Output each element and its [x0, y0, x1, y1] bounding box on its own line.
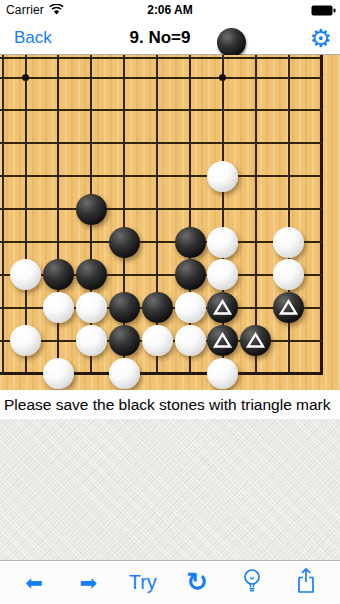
stone-M3[interactable]: [76, 292, 107, 323]
stone-M2[interactable]: [76, 325, 107, 356]
stone-K2[interactable]: [10, 325, 41, 356]
stone-Q2[interactable]: [207, 325, 238, 356]
stone-S4[interactable]: [273, 259, 304, 290]
comment-area: [0, 419, 340, 560]
grid-vline: [320, 55, 323, 375]
clock: 2:06 AM: [0, 3, 340, 17]
stone-O2[interactable]: [142, 325, 173, 356]
stone-P4[interactable]: [175, 259, 206, 290]
status-bar: Carrier 2:06 AM: [0, 0, 340, 20]
stone-Q5[interactable]: [207, 227, 238, 258]
black-to-play-stone-icon: [217, 28, 246, 57]
stone-L4[interactable]: [43, 259, 74, 290]
right-arrow-icon: ➡: [80, 571, 98, 595]
stone-Q4[interactable]: [207, 259, 238, 290]
next-problem-button[interactable]: ➡: [66, 563, 110, 603]
triangle-mark: [246, 332, 265, 349]
grid-hline: [0, 142, 323, 144]
back-button[interactable]: Back: [14, 28, 52, 48]
stone-P3[interactable]: [175, 292, 206, 323]
stone-M6[interactable]: [76, 194, 107, 225]
page-title: 9. No=9: [90, 28, 230, 48]
stone-S3[interactable]: [273, 292, 304, 323]
grid-hline: [0, 77, 323, 79]
stone-P2[interactable]: [175, 325, 206, 356]
stone-O3[interactable]: [142, 292, 173, 323]
lightbulb-icon: [241, 568, 263, 598]
stone-L1[interactable]: [43, 358, 74, 389]
left-arrow-icon: ⬅: [25, 571, 43, 595]
bottom-toolbar: ⬅ ➡ Try ↻: [0, 560, 340, 604]
go-board[interactable]: [0, 55, 340, 390]
hint-button[interactable]: [230, 563, 274, 603]
stone-Q7[interactable]: [207, 161, 238, 192]
nav-bar: Back 9. No=9 ⚙: [0, 20, 340, 55]
share-icon: [295, 567, 317, 598]
stone-K4[interactable]: [10, 259, 41, 290]
stone-N1[interactable]: [109, 358, 140, 389]
previous-problem-button[interactable]: ⬅: [12, 563, 56, 603]
try-button[interactable]: Try: [121, 563, 165, 603]
problem-instruction: Please save the black stones with triang…: [0, 396, 331, 414]
grid-vline: [57, 55, 59, 375]
board-top-clip-line: [0, 57, 323, 59]
stone-S5[interactable]: [273, 227, 304, 258]
grid-hline: [0, 109, 323, 111]
board-left-clip-line: [2, 55, 4, 375]
grid-hline: [0, 208, 323, 210]
try-label: Try: [129, 571, 157, 594]
star-point: [22, 74, 29, 81]
stone-Q1[interactable]: [207, 358, 238, 389]
restart-button[interactable]: ↻: [175, 563, 219, 603]
triangle-mark: [213, 299, 232, 316]
stone-P5[interactable]: [175, 227, 206, 258]
stone-N2[interactable]: [109, 325, 140, 356]
refresh-icon: ↻: [186, 567, 208, 598]
triangle-mark: [213, 332, 232, 349]
grid-vline: [288, 55, 290, 375]
settings-gear-icon[interactable]: ⚙: [310, 24, 332, 52]
star-point: [219, 74, 226, 81]
share-button[interactable]: [284, 563, 328, 603]
problem-message-strip: Please save the black stones with triang…: [0, 390, 340, 419]
battery-icon: [311, 5, 336, 19]
stone-R2[interactable]: [240, 325, 271, 356]
stone-Q3[interactable]: [207, 292, 238, 323]
stone-N3[interactable]: [109, 292, 140, 323]
stone-N5[interactable]: [109, 227, 140, 258]
grid-hline: [0, 175, 323, 177]
triangle-mark: [279, 299, 298, 316]
stone-L3[interactable]: [43, 292, 74, 323]
app-screen: Carrier 2:06 AM Back 9. No=9 ⚙ Please sa…: [0, 0, 340, 604]
stone-M4[interactable]: [76, 259, 107, 290]
